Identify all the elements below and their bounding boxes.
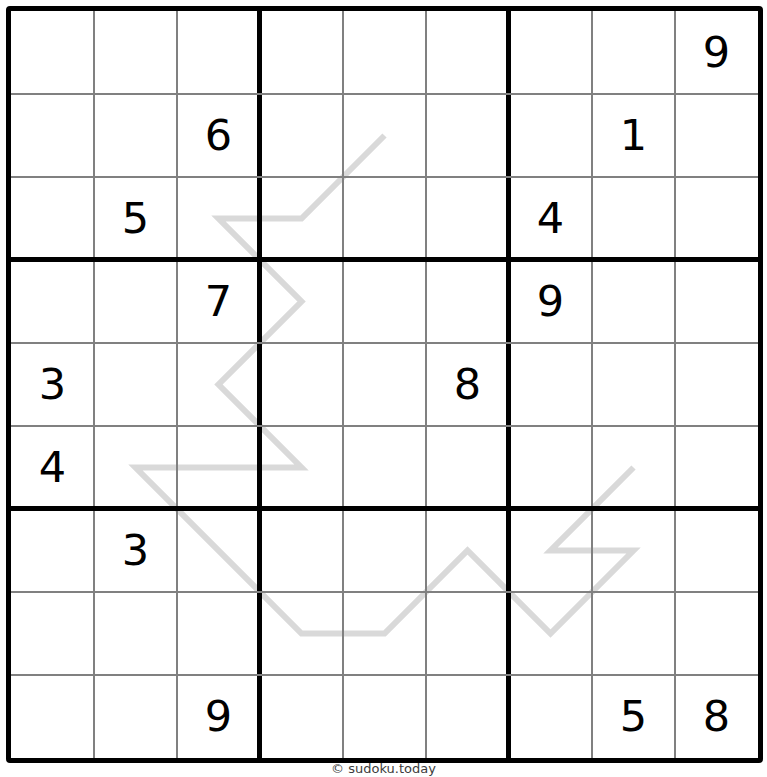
cell-r4c6[interactable] bbox=[426, 260, 509, 343]
cell-r2c3[interactable]: 6 bbox=[177, 94, 260, 177]
cell-r1c8[interactable] bbox=[592, 11, 675, 94]
cell-r3c4[interactable] bbox=[260, 177, 343, 260]
cell-r3c6[interactable] bbox=[426, 177, 509, 260]
cell-r4c4[interactable] bbox=[260, 260, 343, 343]
cell-r3c1[interactable] bbox=[11, 177, 94, 260]
cell-r5c7[interactable] bbox=[509, 343, 592, 426]
cell-r6c5[interactable] bbox=[343, 426, 426, 509]
cell-r7c4[interactable] bbox=[260, 509, 343, 592]
cell-r2c7[interactable] bbox=[509, 94, 592, 177]
cell-r5c9[interactable] bbox=[675, 343, 758, 426]
cell-r6c8[interactable] bbox=[592, 426, 675, 509]
cell-r5c2[interactable] bbox=[94, 343, 177, 426]
cell-r2c6[interactable] bbox=[426, 94, 509, 177]
cell-r8c1[interactable] bbox=[11, 592, 94, 675]
cell-r8c2[interactable] bbox=[94, 592, 177, 675]
cell-r2c8[interactable]: 1 bbox=[592, 94, 675, 177]
cell-r1c6[interactable] bbox=[426, 11, 509, 94]
cell-r3c2[interactable]: 5 bbox=[94, 177, 177, 260]
sudoku-grid: 96154793843958 bbox=[11, 11, 758, 758]
cell-r4c8[interactable] bbox=[592, 260, 675, 343]
copyright-text: © sudoku.today bbox=[0, 760, 767, 777]
cell-r7c8[interactable] bbox=[592, 509, 675, 592]
cell-r9c1[interactable] bbox=[11, 675, 94, 758]
cell-r6c3[interactable] bbox=[177, 426, 260, 509]
cell-r2c2[interactable] bbox=[94, 94, 177, 177]
cell-r4c3[interactable]: 7 bbox=[177, 260, 260, 343]
cell-r9c6[interactable] bbox=[426, 675, 509, 758]
cell-r8c4[interactable] bbox=[260, 592, 343, 675]
cell-r9c7[interactable] bbox=[509, 675, 592, 758]
cell-r6c9[interactable] bbox=[675, 426, 758, 509]
cell-r7c6[interactable] bbox=[426, 509, 509, 592]
cell-r8c9[interactable] bbox=[675, 592, 758, 675]
cell-r5c5[interactable] bbox=[343, 343, 426, 426]
cell-r9c8[interactable]: 5 bbox=[592, 675, 675, 758]
cell-r1c9[interactable]: 9 bbox=[675, 11, 758, 94]
cell-r7c2[interactable]: 3 bbox=[94, 509, 177, 592]
cell-r8c8[interactable] bbox=[592, 592, 675, 675]
cell-r9c2[interactable] bbox=[94, 675, 177, 758]
cell-r6c4[interactable] bbox=[260, 426, 343, 509]
cell-r7c1[interactable] bbox=[11, 509, 94, 592]
cell-r1c3[interactable] bbox=[177, 11, 260, 94]
sudoku-board: 96154793843958 bbox=[6, 6, 763, 763]
cell-r9c4[interactable] bbox=[260, 675, 343, 758]
cell-r7c7[interactable] bbox=[509, 509, 592, 592]
cell-r5c3[interactable] bbox=[177, 343, 260, 426]
cell-r6c7[interactable] bbox=[509, 426, 592, 509]
cell-r9c3[interactable]: 9 bbox=[177, 675, 260, 758]
cell-r1c7[interactable] bbox=[509, 11, 592, 94]
cell-r3c7[interactable]: 4 bbox=[509, 177, 592, 260]
cell-r1c4[interactable] bbox=[260, 11, 343, 94]
cell-r6c1[interactable]: 4 bbox=[11, 426, 94, 509]
cell-r6c6[interactable] bbox=[426, 426, 509, 509]
cell-r5c4[interactable] bbox=[260, 343, 343, 426]
cell-r8c3[interactable] bbox=[177, 592, 260, 675]
cell-r7c3[interactable] bbox=[177, 509, 260, 592]
cell-r4c7[interactable]: 9 bbox=[509, 260, 592, 343]
cell-r1c2[interactable] bbox=[94, 11, 177, 94]
cell-r9c9[interactable]: 8 bbox=[675, 675, 758, 758]
cell-r4c1[interactable] bbox=[11, 260, 94, 343]
cell-r9c5[interactable] bbox=[343, 675, 426, 758]
cell-r4c5[interactable] bbox=[343, 260, 426, 343]
puzzle-page: 96154793843958 © sudoku.today bbox=[0, 0, 767, 777]
cell-r2c4[interactable] bbox=[260, 94, 343, 177]
cell-r2c9[interactable] bbox=[675, 94, 758, 177]
cell-r5c6[interactable]: 8 bbox=[426, 343, 509, 426]
cell-r4c2[interactable] bbox=[94, 260, 177, 343]
cell-r8c6[interactable] bbox=[426, 592, 509, 675]
cell-r1c1[interactable] bbox=[11, 11, 94, 94]
cell-r1c5[interactable] bbox=[343, 11, 426, 94]
cell-r2c5[interactable] bbox=[343, 94, 426, 177]
cell-r3c9[interactable] bbox=[675, 177, 758, 260]
cell-r3c8[interactable] bbox=[592, 177, 675, 260]
cell-r7c5[interactable] bbox=[343, 509, 426, 592]
cell-r8c7[interactable] bbox=[509, 592, 592, 675]
cell-r6c2[interactable] bbox=[94, 426, 177, 509]
cell-r4c9[interactable] bbox=[675, 260, 758, 343]
cell-r3c5[interactable] bbox=[343, 177, 426, 260]
cell-r8c5[interactable] bbox=[343, 592, 426, 675]
cell-r5c8[interactable] bbox=[592, 343, 675, 426]
cell-r7c9[interactable] bbox=[675, 509, 758, 592]
cell-r2c1[interactable] bbox=[11, 94, 94, 177]
cell-r5c1[interactable]: 3 bbox=[11, 343, 94, 426]
cell-r3c3[interactable] bbox=[177, 177, 260, 260]
